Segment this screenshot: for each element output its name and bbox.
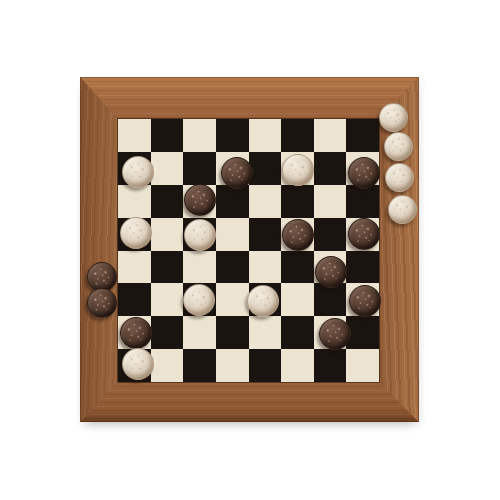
- checker-piece-dark[interactable]: [348, 157, 380, 189]
- board-square-f6[interactable]: [281, 185, 314, 218]
- checker-piece-light[interactable]: [379, 103, 408, 132]
- checker-piece-light[interactable]: [122, 348, 154, 380]
- board-square-g5[interactable]: [314, 218, 347, 251]
- board-square-d2[interactable]: [216, 316, 249, 349]
- board-square-e2[interactable]: [249, 316, 282, 349]
- product-photo-stage: [0, 0, 500, 500]
- board-square-a4[interactable]: [118, 251, 151, 284]
- board-square-c2[interactable]: [183, 316, 216, 349]
- board-square-b7[interactable]: [151, 152, 184, 185]
- board-square-f3[interactable]: [281, 283, 314, 316]
- board-square-e5[interactable]: [249, 218, 282, 251]
- checker-piece-dark[interactable]: [282, 219, 314, 251]
- board-square-b3[interactable]: [151, 283, 184, 316]
- checker-piece-light[interactable]: [122, 156, 154, 188]
- board-square-e4[interactable]: [249, 251, 282, 284]
- checker-piece-dark[interactable]: [348, 218, 380, 250]
- checker-piece-light[interactable]: [384, 132, 413, 161]
- frame-top-rail: [80, 77, 419, 119]
- board-square-g6[interactable]: [314, 185, 347, 218]
- board-square-b5[interactable]: [151, 218, 184, 251]
- frame-bottom-rail: [80, 382, 419, 422]
- board-square-d8[interactable]: [216, 119, 249, 152]
- board-square-g3[interactable]: [314, 283, 347, 316]
- board-square-e6[interactable]: [249, 185, 282, 218]
- board-square-d3[interactable]: [216, 283, 249, 316]
- frame-left-rail: [80, 77, 118, 422]
- board-square-d1[interactable]: [216, 349, 249, 382]
- checker-piece-light[interactable]: [282, 154, 314, 186]
- board-square-c4[interactable]: [183, 251, 216, 284]
- checker-piece-light[interactable]: [388, 195, 417, 224]
- board-square-g8[interactable]: [314, 119, 347, 152]
- checker-piece-light[interactable]: [183, 284, 215, 316]
- checker-piece-dark[interactable]: [349, 285, 381, 317]
- checker-piece-light[interactable]: [184, 219, 216, 251]
- board-square-d5[interactable]: [216, 218, 249, 251]
- board-square-h6[interactable]: [346, 185, 379, 218]
- board-square-f2[interactable]: [281, 316, 314, 349]
- board-square-a6[interactable]: [118, 185, 151, 218]
- checker-piece-light[interactable]: [385, 163, 414, 192]
- board-square-c1[interactable]: [183, 349, 216, 382]
- board-square-e1[interactable]: [249, 349, 282, 382]
- board-square-b1[interactable]: [151, 349, 184, 382]
- board-square-b8[interactable]: [151, 119, 184, 152]
- board-square-b4[interactable]: [151, 251, 184, 284]
- board-square-g7[interactable]: [314, 152, 347, 185]
- checker-piece-dark[interactable]: [315, 256, 347, 288]
- board-square-f1[interactable]: [281, 349, 314, 382]
- board-square-b6[interactable]: [151, 185, 184, 218]
- board-square-d6[interactable]: [216, 185, 249, 218]
- checker-piece-light[interactable]: [247, 285, 279, 317]
- checker-piece-dark[interactable]: [120, 317, 152, 349]
- board-square-a3[interactable]: [118, 283, 151, 316]
- board-square-h4[interactable]: [346, 251, 379, 284]
- checker-piece-dark[interactable]: [221, 157, 253, 189]
- checker-piece-dark[interactable]: [319, 318, 351, 350]
- board-square-d4[interactable]: [216, 251, 249, 284]
- board-square-f8[interactable]: [281, 119, 314, 152]
- board-square-e7[interactable]: [249, 152, 282, 185]
- board-square-a8[interactable]: [118, 119, 151, 152]
- board-square-e8[interactable]: [249, 119, 282, 152]
- checker-piece-dark[interactable]: [87, 288, 117, 318]
- board-square-h8[interactable]: [346, 119, 379, 152]
- board-square-c8[interactable]: [183, 119, 216, 152]
- board-square-b2[interactable]: [151, 316, 184, 349]
- checker-piece-light[interactable]: [120, 217, 152, 249]
- board-square-c7[interactable]: [183, 152, 216, 185]
- checker-piece-dark[interactable]: [184, 184, 216, 216]
- board-square-f4[interactable]: [281, 251, 314, 284]
- board-square-g1[interactable]: [314, 349, 347, 382]
- board-square-h1[interactable]: [346, 349, 379, 382]
- board-square-h2[interactable]: [346, 316, 379, 349]
